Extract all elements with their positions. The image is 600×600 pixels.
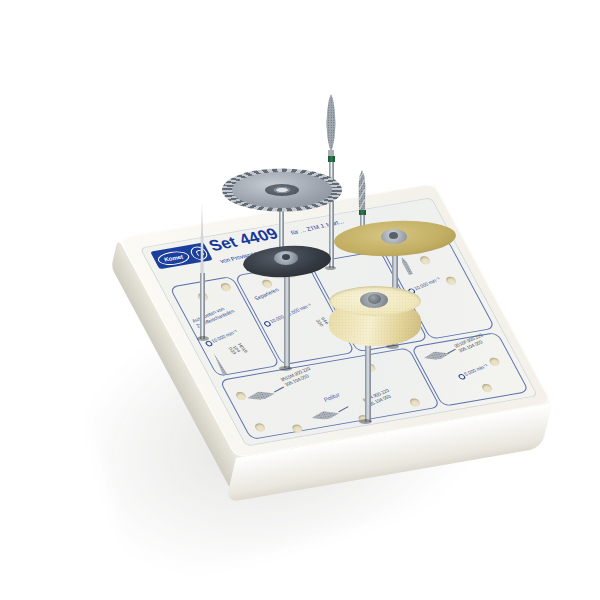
printed-disc-icon-a	[245, 389, 277, 402]
komet-logo-wordmark: Komet	[155, 249, 192, 267]
mount-hole-shadow	[197, 336, 209, 341]
pointed-bur	[196, 203, 208, 343]
printed-disc-icon-c	[422, 349, 452, 361]
mount-hole-shadow	[359, 419, 372, 424]
product-photo-scene: Komet Set 4409 für … ZTM J. Mart… von Pr…	[0, 0, 600, 600]
torpedo-bur-head	[358, 170, 366, 210]
dark-disc-pin	[282, 254, 290, 260]
saw-center-hole	[274, 187, 290, 193]
tan-disc-pin	[389, 232, 398, 239]
pointed-bur-shank	[200, 273, 205, 339]
printed-bur-icon	[210, 353, 228, 375]
leader-line	[274, 387, 284, 393]
dark-polishing-disc	[243, 246, 333, 376]
saw-disc-face	[222, 168, 342, 211]
pointed-bur-tip	[199, 203, 205, 275]
mount-hole-shadow	[279, 366, 292, 371]
cream-polishing-wheel	[327, 284, 423, 426]
front-right-speed-text: 5.000 min⁻¹	[457, 355, 508, 380]
dark-disc-mandrel	[284, 268, 290, 368]
flame-bur-head	[325, 94, 337, 152]
front-right-part: 9516F.900.220 305.104.050	[453, 333, 488, 354]
cream-wheel-screw	[368, 294, 381, 304]
